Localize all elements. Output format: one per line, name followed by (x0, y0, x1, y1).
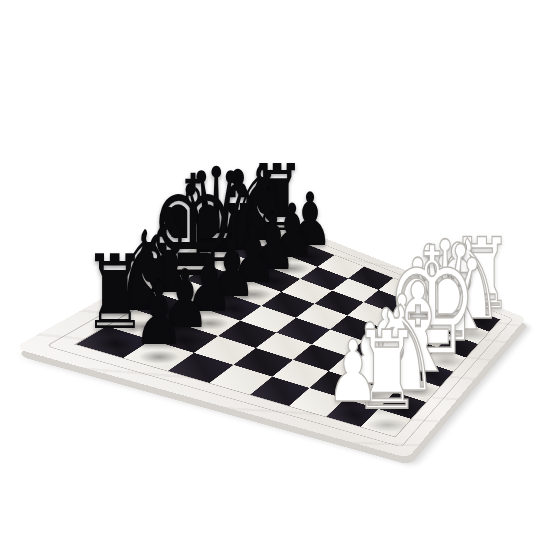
product-photo-scene: ♜♞♝♛♚♝♞♜♟♟♟♟♟♟♟♟♟♟♟♟♟♟♟♟♜♞♝♛♚♝♞♜ (0, 0, 560, 560)
black-rook-h8: ♜ (69, 226, 160, 344)
pieces-layer: ♜♞♝♛♚♝♞♜♟♟♟♟♟♟♟♟♟♟♟♟♟♟♟♟♜♞♝♛♚♝♞♜ (0, 0, 560, 560)
white-pawn-h2: ♟ (305, 291, 400, 414)
black-rook-glyph: ♜ (83, 241, 146, 344)
white-pawn-glyph: ♟ (326, 329, 379, 414)
